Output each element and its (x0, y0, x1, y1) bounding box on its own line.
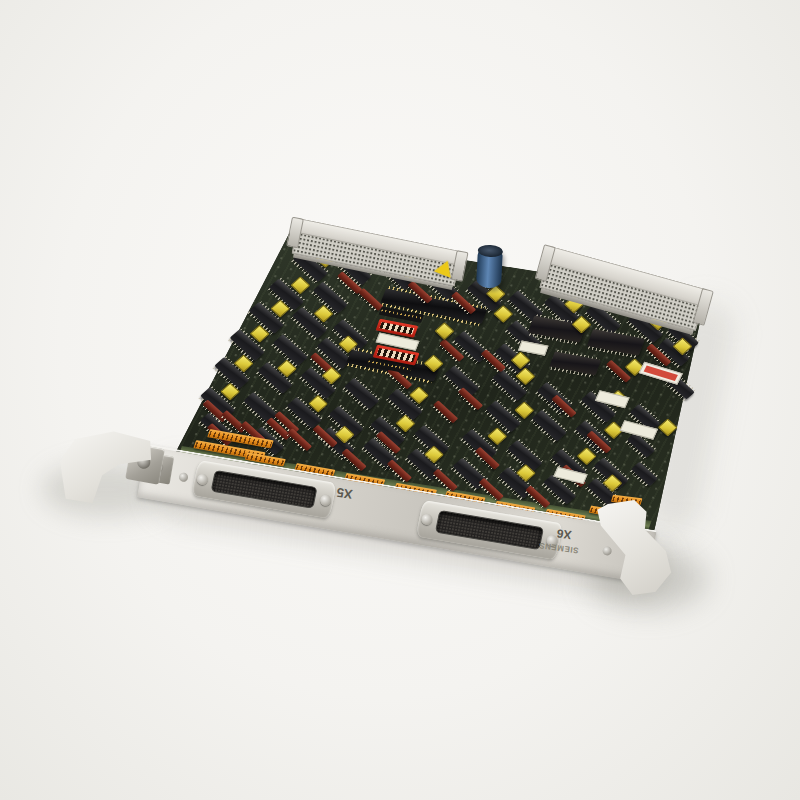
product-photo-siemens-pcb: X5 X6 SIEMENS (0, 0, 800, 800)
label-x6: X6 (556, 526, 572, 542)
panel-screw (602, 546, 612, 556)
panel-screw (178, 472, 188, 482)
blue-electrolytic-capacitor (476, 246, 503, 288)
label-x5: X5 (336, 485, 354, 502)
